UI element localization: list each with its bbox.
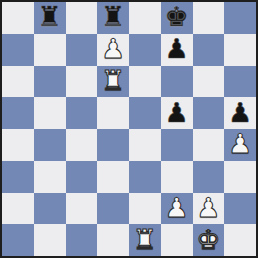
piece-white-rook[interactable]: ♜: [101, 67, 125, 94]
square-h6[interactable]: [224, 66, 256, 98]
square-a6[interactable]: [2, 66, 34, 98]
square-f4[interactable]: [161, 129, 193, 161]
piece-black-pawn[interactable]: ♟: [165, 99, 189, 126]
square-g4[interactable]: [193, 129, 225, 161]
square-h4[interactable]: ♟: [224, 129, 256, 161]
chess-board: ♜♜♚♟♟♜♟♟♟♟♟♜♚: [2, 2, 256, 256]
square-g3[interactable]: [193, 161, 225, 193]
square-c4[interactable]: [66, 129, 98, 161]
square-a7[interactable]: [2, 34, 34, 66]
square-a3[interactable]: [2, 161, 34, 193]
square-b3[interactable]: [34, 161, 66, 193]
square-a8[interactable]: [2, 2, 34, 34]
square-c2[interactable]: [66, 193, 98, 225]
square-f1[interactable]: [161, 224, 193, 256]
piece-white-pawn[interactable]: ♟: [228, 130, 252, 157]
board-frame: ♜♜♚♟♟♜♟♟♟♟♟♜♚: [0, 0, 258, 258]
square-h5[interactable]: ♟: [224, 97, 256, 129]
square-d2[interactable]: [97, 193, 129, 225]
square-a1[interactable]: [2, 224, 34, 256]
square-a5[interactable]: [2, 97, 34, 129]
square-g8[interactable]: [193, 2, 225, 34]
piece-black-pawn[interactable]: ♟: [165, 35, 189, 62]
square-f7[interactable]: ♟: [161, 34, 193, 66]
square-c3[interactable]: [66, 161, 98, 193]
square-g7[interactable]: [193, 34, 225, 66]
square-d6[interactable]: ♜: [97, 66, 129, 98]
square-f8[interactable]: ♚: [161, 2, 193, 34]
piece-black-pawn[interactable]: ♟: [228, 99, 252, 126]
square-d1[interactable]: [97, 224, 129, 256]
square-h1[interactable]: [224, 224, 256, 256]
square-g6[interactable]: [193, 66, 225, 98]
square-e1[interactable]: ♜: [129, 224, 161, 256]
square-a4[interactable]: [2, 129, 34, 161]
square-c1[interactable]: [66, 224, 98, 256]
square-g2[interactable]: ♟: [193, 193, 225, 225]
square-d5[interactable]: [97, 97, 129, 129]
square-e2[interactable]: [129, 193, 161, 225]
square-e5[interactable]: [129, 97, 161, 129]
square-f2[interactable]: ♟: [161, 193, 193, 225]
square-b7[interactable]: [34, 34, 66, 66]
square-c6[interactable]: [66, 66, 98, 98]
square-b6[interactable]: [34, 66, 66, 98]
piece-white-pawn[interactable]: ♟: [101, 35, 125, 62]
piece-white-rook[interactable]: ♜: [133, 226, 157, 253]
square-h7[interactable]: [224, 34, 256, 66]
square-e8[interactable]: [129, 2, 161, 34]
square-a2[interactable]: [2, 193, 34, 225]
square-b2[interactable]: [34, 193, 66, 225]
piece-white-king[interactable]: ♚: [196, 226, 220, 253]
piece-black-rook[interactable]: ♜: [101, 3, 125, 30]
piece-white-pawn[interactable]: ♟: [196, 194, 220, 221]
square-f3[interactable]: [161, 161, 193, 193]
square-e7[interactable]: [129, 34, 161, 66]
piece-white-pawn[interactable]: ♟: [165, 194, 189, 221]
square-b4[interactable]: [34, 129, 66, 161]
square-e3[interactable]: [129, 161, 161, 193]
square-e6[interactable]: [129, 66, 161, 98]
square-b8[interactable]: ♜: [34, 2, 66, 34]
piece-black-king[interactable]: ♚: [165, 3, 189, 30]
piece-black-rook[interactable]: ♜: [38, 3, 62, 30]
square-f5[interactable]: ♟: [161, 97, 193, 129]
square-d3[interactable]: [97, 161, 129, 193]
square-b1[interactable]: [34, 224, 66, 256]
square-h2[interactable]: [224, 193, 256, 225]
square-e4[interactable]: [129, 129, 161, 161]
square-c8[interactable]: [66, 2, 98, 34]
square-f6[interactable]: [161, 66, 193, 98]
square-d4[interactable]: [97, 129, 129, 161]
square-h8[interactable]: [224, 2, 256, 34]
square-d8[interactable]: ♜: [97, 2, 129, 34]
square-g5[interactable]: [193, 97, 225, 129]
square-c7[interactable]: [66, 34, 98, 66]
square-c5[interactable]: [66, 97, 98, 129]
square-g1[interactable]: ♚: [193, 224, 225, 256]
square-h3[interactable]: [224, 161, 256, 193]
square-d7[interactable]: ♟: [97, 34, 129, 66]
square-b5[interactable]: [34, 97, 66, 129]
